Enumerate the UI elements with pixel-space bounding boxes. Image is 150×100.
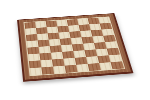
frame-inlay-line: [24, 16, 126, 76]
chessboard: [17, 13, 133, 82]
square-a1: [30, 67, 43, 75]
product-photo-background: [0, 0, 150, 100]
board-edge: [17, 13, 133, 82]
board-grid: [24, 17, 124, 76]
board-frame: [19, 14, 131, 80]
square-h1: [111, 61, 125, 69]
